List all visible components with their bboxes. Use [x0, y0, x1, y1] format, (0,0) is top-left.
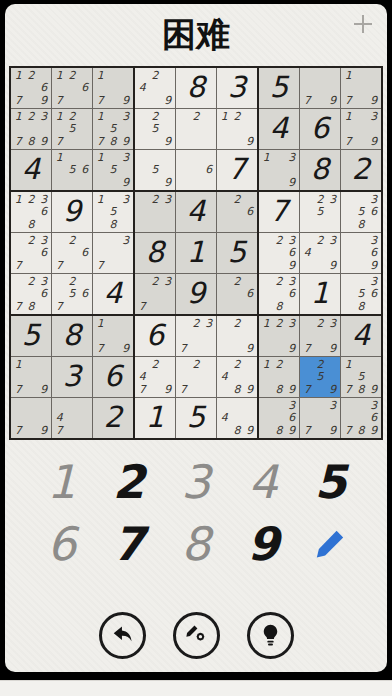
candidate-mark: 5	[66, 164, 79, 177]
candidate-mark	[149, 135, 162, 148]
cell-r8c5[interactable]: 27	[176, 357, 216, 397]
candidate-grid: 1239	[260, 317, 298, 355]
candidate-mark	[12, 234, 25, 247]
numpad-key-6[interactable]: 6	[28, 516, 95, 572]
candidate-mark	[367, 358, 380, 371]
candidate-mark	[94, 164, 107, 177]
candidate-mark	[367, 371, 380, 384]
candidate-mark: 1	[260, 151, 273, 164]
candidate-mark	[136, 123, 149, 136]
candidate-mark	[66, 259, 79, 272]
cell-r1c6[interactable]: 3	[217, 68, 257, 108]
candidate-grid: 1379	[342, 110, 380, 148]
candidate-mark	[355, 69, 368, 82]
cell-r8c1[interactable]: 179	[11, 357, 51, 397]
candidate-mark: 1	[94, 193, 107, 206]
candidate-mark	[149, 218, 162, 231]
candidate-mark	[231, 371, 244, 384]
candidate-mark	[94, 234, 107, 247]
candidate-mark	[25, 399, 38, 412]
candidate-mark: 2	[149, 193, 162, 206]
cell-r9c6[interactable]: 489	[217, 398, 257, 438]
candidate-mark: 3	[161, 275, 174, 288]
candidate-mark	[326, 82, 339, 95]
cell-r6c3[interactable]: 4	[93, 274, 133, 314]
candidate-mark: 7	[53, 259, 66, 272]
candidate-mark: 7	[136, 300, 149, 313]
candidate-mark	[342, 300, 355, 313]
candidate-mark	[177, 123, 190, 136]
cell-r6c4[interactable]: 237	[135, 274, 175, 314]
cell-r6c8[interactable]: 1	[300, 274, 340, 314]
candidate-mark	[66, 82, 79, 95]
cell-r7c1[interactable]: 5	[11, 316, 51, 356]
candidate-mark	[12, 275, 25, 288]
candidate-mark	[342, 399, 355, 412]
cell-r6c7[interactable]: 2368	[259, 274, 299, 314]
candidate-mark	[231, 300, 244, 313]
cell-r1c3[interactable]: 179	[93, 68, 133, 108]
candidate-mark	[177, 110, 190, 123]
cell-r4c2[interactable]: 9	[52, 192, 92, 232]
cell-r2c9[interactable]: 1379	[341, 109, 381, 149]
candidate-mark: 1	[342, 69, 355, 82]
cell-value: 4	[270, 114, 288, 143]
candidate-mark: 7	[301, 94, 314, 107]
candidate-mark	[314, 383, 327, 396]
cell-r5c5[interactable]: 1	[176, 233, 216, 273]
cell-r1c9[interactable]: 179	[341, 68, 381, 108]
cell-r6c1[interactable]: 23678	[11, 274, 51, 314]
cell-r2c1[interactable]: 123789	[11, 109, 51, 149]
cell-r5c3[interactable]: 37	[93, 233, 133, 273]
cell-r8c8[interactable]: 2579	[300, 357, 340, 397]
candidate-mark: 5	[149, 164, 162, 177]
cell-r7c7[interactable]: 1239	[259, 316, 299, 356]
candidate-mark: 7	[12, 424, 25, 437]
candidate-mark	[367, 123, 380, 136]
candidate-mark: 9	[367, 424, 380, 437]
cell-r5c1[interactable]: 2367	[11, 233, 51, 273]
candidate-mark: 7	[94, 342, 107, 355]
cell-r6c5[interactable]: 9	[176, 274, 216, 314]
candidate-mark	[177, 151, 190, 164]
candidate-mark	[12, 399, 25, 412]
numpad-key-7[interactable]: 7	[95, 516, 162, 572]
candidate-mark	[12, 206, 25, 219]
cell-r8c3[interactable]: 6	[93, 357, 133, 397]
candidate-mark	[107, 234, 120, 247]
candidate-mark: 3	[367, 399, 380, 412]
undo-button[interactable]	[99, 612, 146, 659]
candidate-mark: 4	[218, 371, 231, 384]
candidate-mark: 2	[314, 234, 327, 247]
candidate-mark	[243, 193, 256, 206]
candidate-mark: 3	[367, 234, 380, 247]
candidate-mark	[231, 206, 244, 219]
candidate-mark: 3	[119, 151, 132, 164]
candidate-mark	[66, 135, 79, 148]
candidate-mark	[37, 300, 50, 313]
cell-r8c9[interactable]: 15789	[341, 357, 381, 397]
candidate-mark: 2	[66, 110, 79, 123]
numpad-key-9[interactable]: 9	[230, 516, 297, 572]
candidate-mark	[273, 176, 286, 189]
candidate-mark	[218, 383, 231, 396]
cell-r1c1[interactable]: 12679	[11, 68, 51, 108]
game-card: 困难 1267912671791237891257135789415613592…	[5, 4, 387, 672]
cell-r4c7[interactable]: 7	[259, 192, 299, 232]
candidate-mark	[367, 218, 380, 231]
cell-value: 5	[270, 73, 288, 102]
candidate-mark	[78, 123, 91, 136]
cell-value: 4	[352, 321, 370, 350]
candidate-mark	[149, 288, 162, 301]
candidate-mark	[66, 424, 79, 437]
candidate-mark: 1	[260, 358, 273, 371]
candidate-mark	[314, 399, 327, 412]
candidate-mark: 3	[161, 193, 174, 206]
candidate-mark: 8	[25, 218, 38, 231]
cell-r1c8[interactable]: 79	[300, 68, 340, 108]
cell-r2c6[interactable]: 129	[217, 109, 257, 149]
candidate-mark	[78, 300, 91, 313]
cell-r7c8[interactable]: 2379	[300, 316, 340, 356]
cell-r2c3[interactable]: 135789	[93, 109, 133, 149]
cell-r5c2[interactable]: 267	[52, 233, 92, 273]
candidate-mark: 9	[37, 424, 50, 437]
candidate-mark: 1	[12, 358, 25, 371]
cell-r1c4[interactable]: 249	[135, 68, 175, 108]
candidate-mark	[355, 399, 368, 412]
cell-r7c9[interactable]: 4	[341, 316, 381, 356]
candidate-mark: 6	[37, 288, 50, 301]
candidate-mark	[25, 383, 38, 396]
candidate-mark	[177, 164, 190, 177]
cell-r7c2[interactable]: 8	[52, 316, 92, 356]
candidate-mark	[231, 342, 244, 355]
candidate-mark	[190, 123, 203, 136]
candidate-grid: 1358	[94, 193, 132, 231]
candidate-mark	[12, 412, 25, 425]
cell-value: 7	[228, 155, 246, 184]
board: 1267912671791237891257135789415613592498…	[9, 66, 383, 440]
candidate-mark	[136, 358, 149, 371]
candidate-mark	[12, 123, 25, 136]
candidate-mark: 9	[367, 383, 380, 396]
candidate-mark: 1	[53, 69, 66, 82]
cell-r7c3[interactable]: 179	[93, 316, 133, 356]
candidate-mark: 2	[149, 358, 162, 371]
cell-r3c8[interactable]: 8	[300, 150, 340, 190]
pencil-mode-button[interactable]	[297, 516, 364, 572]
candidate-grid: 249	[136, 69, 174, 107]
cell-r4c3[interactable]: 1358	[93, 192, 133, 232]
candidate-mark	[260, 164, 273, 177]
candidate-mark	[37, 371, 50, 384]
candidate-mark: 3	[119, 193, 132, 206]
candidate-mark: 9	[285, 259, 298, 272]
cell-r1c5[interactable]: 8	[176, 68, 216, 108]
cell-r8c6[interactable]: 2489	[217, 357, 257, 397]
candidate-mark	[107, 259, 120, 272]
cell-r9c7[interactable]: 3689	[259, 398, 299, 438]
candidate-mark	[218, 288, 231, 301]
candidate-mark	[218, 218, 231, 231]
candidate-mark	[149, 206, 162, 219]
cell-r4c1[interactable]: 12368	[11, 192, 51, 232]
candidate-mark: 3	[285, 317, 298, 330]
cell-r3c2[interactable]: 156	[52, 150, 92, 190]
candidate-mark	[190, 371, 203, 384]
cell-r4c6[interactable]: 26	[217, 192, 257, 232]
cell-r5c8[interactable]: 2349	[300, 233, 340, 273]
candidate-mark	[314, 330, 327, 343]
cell-r9c1[interactable]: 79	[11, 398, 51, 438]
candidate-mark	[285, 330, 298, 343]
cell-r6c6[interactable]: 26	[217, 274, 257, 314]
candidate-grid: 1359	[94, 151, 132, 189]
candidate-mark	[301, 371, 314, 384]
candidate-grid: 1267	[53, 69, 91, 107]
candidate-mark	[136, 176, 149, 189]
candidate-mark	[342, 193, 355, 206]
numpad-key-2[interactable]: 2	[95, 454, 162, 510]
cell-value: 5	[187, 403, 205, 432]
candidate-mark	[342, 288, 355, 301]
cell-r8c2[interactable]: 3	[52, 357, 92, 397]
numpad-key-1[interactable]: 1	[28, 454, 95, 510]
cell-r7c4[interactable]: 6	[135, 316, 175, 356]
candidate-mark	[107, 342, 120, 355]
candidate-mark	[25, 94, 38, 107]
candidate-mark	[161, 82, 174, 95]
candidate-grid: 6	[177, 151, 215, 189]
cell-r1c2[interactable]: 1267	[52, 68, 92, 108]
candidate-mark	[107, 110, 120, 123]
candidate-mark: 2	[273, 358, 286, 371]
candidate-mark: 7	[53, 135, 66, 148]
cell-r3c5[interactable]: 6	[176, 150, 216, 190]
cell-r2c8[interactable]: 6	[300, 109, 340, 149]
candidate-mark: 6	[78, 82, 91, 95]
candidate-mark	[161, 371, 174, 384]
cell-r5c9[interactable]: 369	[341, 233, 381, 273]
candidate-mark	[218, 330, 231, 343]
cell-r9c9[interactable]: 36789	[341, 398, 381, 438]
pencil-gear-icon	[183, 622, 210, 649]
candidate-mark	[37, 399, 50, 412]
number-pad: 12345 6789	[28, 454, 364, 572]
cell-r9c2[interactable]: 47	[52, 398, 92, 438]
cell-r4c5[interactable]: 4	[176, 192, 216, 232]
cell-r9c5[interactable]: 5	[176, 398, 216, 438]
candidate-mark	[53, 234, 66, 247]
cell-r8c7[interactable]: 1289	[259, 357, 299, 397]
candidate-mark	[260, 424, 273, 437]
cell-r3c4[interactable]: 59	[135, 150, 175, 190]
candidate-grid: 29	[218, 317, 256, 355]
candidate-mark: 2	[25, 234, 38, 247]
candidate-mark	[301, 330, 314, 343]
cell-value: 8	[311, 155, 329, 184]
candidate-mark: 9	[326, 342, 339, 355]
candidate-mark	[218, 300, 231, 313]
candidate-mark	[301, 234, 314, 247]
numpad-key-4[interactable]: 4	[230, 454, 297, 510]
candidate-mark	[260, 330, 273, 343]
hint-button[interactable]	[247, 612, 294, 659]
candidate-mark	[177, 176, 190, 189]
cell-r3c7[interactable]: 139	[259, 150, 299, 190]
candidate-mark: 7	[301, 383, 314, 396]
candidate-mark	[218, 193, 231, 206]
candidate-mark	[177, 330, 190, 343]
numpad-key-3[interactable]: 3	[162, 454, 229, 510]
candidate-mark	[342, 275, 355, 288]
candidate-mark	[301, 206, 314, 219]
candidate-mark	[355, 234, 368, 247]
candidate-mark: 2	[190, 110, 203, 123]
candidate-grid: 2	[177, 110, 215, 148]
candidate-mark	[367, 300, 380, 313]
numpad-key-5[interactable]: 5	[297, 454, 364, 510]
cell-value: 2	[352, 155, 370, 184]
auto-pencil-button[interactable]	[173, 612, 220, 659]
candidate-mark: 3	[37, 275, 50, 288]
candidate-mark	[355, 412, 368, 425]
cell-value: 6	[146, 321, 164, 350]
candidate-mark	[342, 218, 355, 231]
candidate-mark	[25, 288, 38, 301]
candidate-mark	[243, 399, 256, 412]
candidate-mark	[12, 218, 25, 231]
candidate-mark: 9	[326, 259, 339, 272]
candidate-mark	[66, 399, 79, 412]
cell-r7c5[interactable]: 237	[176, 316, 216, 356]
candidate-mark: 6	[78, 288, 91, 301]
candidate-mark	[231, 412, 244, 425]
candidate-mark	[355, 123, 368, 136]
box-3: 57917946137913982	[259, 68, 381, 190]
candidate-mark: 9	[243, 342, 256, 355]
candidate-mark	[12, 371, 25, 384]
candidate-mark: 9	[37, 383, 50, 396]
candidate-mark: 6	[243, 288, 256, 301]
candidate-mark: 6	[243, 206, 256, 219]
cell-r5c7[interactable]: 2369	[259, 233, 299, 273]
candidate-mark	[94, 247, 107, 260]
candidate-mark	[149, 94, 162, 107]
candidate-mark	[326, 358, 339, 371]
candidate-mark	[177, 135, 190, 148]
candidate-mark	[190, 330, 203, 343]
cell-r2c4[interactable]: 259	[135, 109, 175, 149]
cell-r7c6[interactable]: 29	[217, 316, 257, 356]
candidate-mark: 9	[367, 94, 380, 107]
cell-r2c7[interactable]: 4	[259, 109, 299, 149]
candidate-mark	[367, 82, 380, 95]
candidate-mark: 9	[119, 342, 132, 355]
candidate-mark	[342, 247, 355, 260]
candidate-mark	[260, 275, 273, 288]
candidate-mark	[25, 412, 38, 425]
cell-r4c9[interactable]: 3568	[341, 192, 381, 232]
cell-r9c3[interactable]: 2	[93, 398, 133, 438]
candidate-mark	[285, 371, 298, 384]
candidate-mark: 1	[12, 110, 25, 123]
cell-r9c4[interactable]: 1	[135, 398, 175, 438]
candidate-mark	[136, 275, 149, 288]
cell-r2c5[interactable]: 2	[176, 109, 216, 149]
candidate-mark: 9	[243, 135, 256, 148]
cell-value: 8	[187, 73, 205, 102]
candidate-mark: 9	[326, 383, 339, 396]
candidate-mark	[53, 247, 66, 260]
cell-r3c9[interactable]: 2	[341, 150, 381, 190]
candidate-mark	[136, 135, 149, 148]
candidate-mark: 2	[314, 193, 327, 206]
candidate-mark: 8	[273, 424, 286, 437]
cell-r1c7[interactable]: 5	[259, 68, 299, 108]
candidate-mark	[231, 123, 244, 136]
candidate-grid: 2369	[260, 234, 298, 272]
cell-r6c2[interactable]: 2567	[52, 274, 92, 314]
cell-r2c2[interactable]: 1257	[52, 109, 92, 149]
candidate-mark	[136, 164, 149, 177]
candidate-mark	[136, 193, 149, 206]
candidate-mark	[314, 94, 327, 107]
candidate-mark	[273, 399, 286, 412]
candidate-mark	[161, 69, 174, 82]
candidate-mark	[161, 164, 174, 177]
candidate-grid: 2349	[301, 234, 339, 272]
cell-r5c6[interactable]: 5	[217, 233, 257, 273]
box-7: 581791793679472	[11, 316, 133, 438]
cell-r6c9[interactable]: 3568	[341, 274, 381, 314]
candidate-mark: 3	[367, 275, 380, 288]
candidate-mark	[218, 358, 231, 371]
candidate-mark	[243, 110, 256, 123]
candidate-mark: 7	[342, 135, 355, 148]
numpad-key-8[interactable]: 8	[162, 516, 229, 572]
candidate-grid: 235	[301, 193, 339, 231]
cell-r8c4[interactable]: 2479	[135, 357, 175, 397]
cell-r3c1[interactable]: 4	[11, 150, 51, 190]
candidate-mark	[326, 206, 339, 219]
candidate-mark	[367, 69, 380, 82]
candidate-mark	[326, 247, 339, 260]
candidate-mark	[314, 69, 327, 82]
candidate-mark: 3	[285, 399, 298, 412]
box-5: 23426815237926	[135, 192, 257, 314]
candidate-mark: 6	[78, 164, 91, 177]
cell-r4c8[interactable]: 235	[300, 192, 340, 232]
new-game-button[interactable]	[351, 12, 375, 36]
candidate-mark	[94, 123, 107, 136]
candidate-mark	[94, 330, 107, 343]
candidate-mark	[202, 342, 215, 355]
cell-r5c4[interactable]: 8	[135, 233, 175, 273]
candidate-mark: 8	[25, 135, 38, 148]
cell-r3c6[interactable]: 7	[217, 150, 257, 190]
candidate-grid: 26	[218, 275, 256, 313]
cell-r3c3[interactable]: 1359	[93, 150, 133, 190]
candidate-mark: 7	[342, 94, 355, 107]
cell-r4c4[interactable]: 23	[135, 192, 175, 232]
candidate-mark: 2	[149, 275, 162, 288]
cell-r9c8[interactable]: 379	[300, 398, 340, 438]
